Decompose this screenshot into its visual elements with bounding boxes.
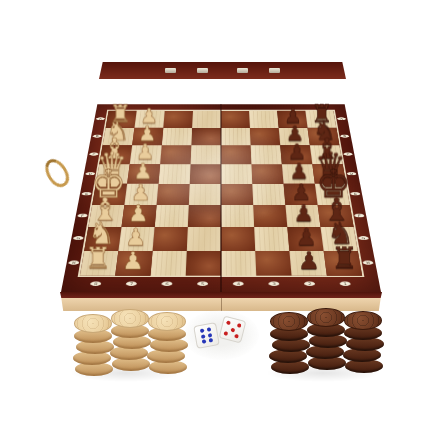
die-pip [201,340,206,345]
board-fold-seam [220,104,222,292]
square [221,164,252,184]
product-photo: ♜♟♟♜♞♟♟♞♝♟♟♝♛♟♟♛♚♟♟♚♝♟♟♝♞♟♟♞♜♟♟♜ 8765432… [0,0,430,430]
square [249,111,279,128]
square [221,111,250,128]
square: ♜ [80,251,119,276]
coord-label: B [340,134,349,137]
board-back-rim [99,62,346,79]
coord-label: A [337,117,346,120]
white-rook: ♜ [85,244,111,273]
square [190,164,221,184]
square [221,145,251,164]
light-checker-top-face [111,309,149,328]
square: ♟ [115,251,152,276]
coord-label: 1 [339,282,351,286]
die-pip [236,323,241,328]
white-pawn: ♟ [128,202,149,225]
hinge [269,68,280,73]
square [186,251,221,276]
square [252,184,285,205]
coord-label: B [93,134,102,137]
die-pip [230,327,235,332]
dark-checker-top-face [344,311,382,330]
square [251,145,282,164]
die [193,322,220,349]
light-checker-top-face [148,312,186,331]
dark-checkers-stack [270,300,308,374]
coord-label: 3 [268,282,279,286]
square [153,227,188,251]
square [221,227,255,251]
square [188,205,221,227]
black-pawn: ♟ [298,249,320,273]
coord-label: 4 [233,282,244,286]
square [157,184,190,205]
black-pawn: ♟ [296,225,317,249]
hinge [197,68,208,73]
light-checkers-stack [111,297,149,371]
square [253,205,287,227]
light-checker-top-face [74,314,112,333]
coord-label: H [362,260,373,264]
square [187,227,221,251]
white-pawn: ♟ [122,249,144,273]
square [250,128,280,146]
coord-label: A [96,117,105,120]
square [155,205,189,227]
square [150,251,186,276]
dark-checker-top-face [307,308,345,327]
dark-checkers-stack [344,299,382,373]
square [160,145,191,164]
coord-label: 7 [126,282,137,286]
die-pip [208,332,213,337]
square [221,251,256,276]
white-pawn: ♟ [125,225,146,249]
die-pip [234,333,239,338]
square [251,164,283,184]
square: ♜ [324,251,363,276]
square [163,111,193,128]
light-checkers-stack [74,302,112,376]
square [254,227,289,251]
die-pip [199,328,204,333]
coord-label: 5 [197,282,208,286]
coord-label: 6 [161,282,172,286]
die-pip [200,334,205,339]
black-rook: ♜ [331,244,357,273]
coord-label: 2 [304,282,315,286]
dark-checker-top-face [270,312,308,331]
coord-label: 8 [90,282,102,286]
square [221,205,254,227]
square [158,164,190,184]
die-pip [226,321,231,326]
coord-label: F [77,213,88,217]
square [221,128,251,146]
light-checkers-stack [148,300,186,374]
square [192,111,221,128]
dark-checkers-stack [307,296,345,370]
coord-label: H [68,260,79,264]
square [162,128,192,146]
coord-label: G [358,236,369,240]
coord-label: E [350,192,360,196]
square [221,184,253,205]
die-pip [207,327,212,332]
chess-board: ♜♟♟♜♞♟♟♞♝♟♟♝♛♟♟♛♚♟♟♚♝♟♟♝♞♟♟♞♜♟♟♜ 8765432… [61,104,381,292]
black-pawn: ♟ [293,202,314,225]
square [191,145,221,164]
hinge [237,68,248,73]
die-pip [224,331,229,336]
square [191,128,221,146]
square [189,184,221,205]
coord-label: G [73,236,84,240]
square [255,251,291,276]
die-pip [209,338,214,343]
square: ♟ [289,251,326,276]
hinge [165,68,176,73]
coord-label: F [354,213,365,217]
